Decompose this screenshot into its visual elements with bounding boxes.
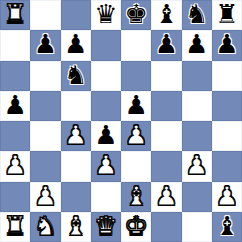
square-d4[interactable]: ♟ (91, 121, 121, 151)
square-e1[interactable]: ♚ (121, 212, 151, 242)
square-a8[interactable]: ♜ (0, 0, 30, 30)
piece-white-pawn[interactable]: ♟ (34, 183, 57, 209)
square-a2[interactable] (0, 182, 30, 212)
square-d7[interactable] (91, 30, 121, 60)
piece-black-knight[interactable]: ♞ (185, 1, 208, 27)
piece-white-knight[interactable]: ♞ (34, 213, 57, 239)
square-a3[interactable]: ♟ (0, 151, 30, 181)
piece-white-pawn[interactable]: ♟ (155, 183, 178, 209)
piece-white-rook[interactable]: ♜ (3, 213, 26, 239)
square-h5[interactable] (212, 91, 242, 121)
piece-black-pawn[interactable]: ♟ (34, 31, 57, 57)
square-e7[interactable] (121, 30, 151, 60)
piece-black-pawn[interactable]: ♟ (124, 92, 147, 118)
piece-white-bishop[interactable]: ♝ (64, 213, 87, 239)
square-d2[interactable] (91, 182, 121, 212)
square-e2[interactable]: ♝ (121, 182, 151, 212)
square-f2[interactable]: ♟ (151, 182, 181, 212)
square-f6[interactable] (151, 61, 181, 91)
square-g8[interactable]: ♞ (182, 0, 212, 30)
square-b5[interactable] (30, 91, 60, 121)
piece-black-pawn[interactable]: ♟ (94, 122, 117, 148)
square-h1[interactable]: ♝ (212, 212, 242, 242)
square-c1[interactable]: ♝ (61, 212, 91, 242)
piece-white-bishop[interactable]: ♝ (124, 183, 147, 209)
square-f7[interactable]: ♟ (151, 30, 181, 60)
square-f8[interactable]: ♝ (151, 0, 181, 30)
square-e5[interactable]: ♟ (121, 91, 151, 121)
square-f4[interactable] (151, 121, 181, 151)
piece-white-pawn[interactable]: ♟ (215, 183, 238, 209)
square-b1[interactable]: ♞ (30, 212, 60, 242)
square-c7[interactable]: ♟ (61, 30, 91, 60)
square-d8[interactable]: ♛ (91, 0, 121, 30)
square-e4[interactable]: ♟ (121, 121, 151, 151)
piece-white-pawn[interactable]: ♟ (124, 122, 147, 148)
square-d6[interactable] (91, 61, 121, 91)
piece-white-pawn[interactable]: ♟ (3, 152, 26, 178)
square-a6[interactable] (0, 61, 30, 91)
square-g4[interactable] (182, 121, 212, 151)
piece-black-knight[interactable]: ♞ (64, 62, 87, 88)
square-g3[interactable]: ♟ (182, 151, 212, 181)
square-c3[interactable] (61, 151, 91, 181)
piece-white-queen[interactable]: ♛ (94, 213, 117, 239)
square-f3[interactable] (151, 151, 181, 181)
square-b4[interactable] (30, 121, 60, 151)
square-b8[interactable] (30, 0, 60, 30)
square-f1[interactable] (151, 212, 181, 242)
square-g6[interactable] (182, 61, 212, 91)
square-g1[interactable] (182, 212, 212, 242)
piece-black-pawn[interactable]: ♟ (215, 31, 238, 57)
square-g2[interactable] (182, 182, 212, 212)
square-g7[interactable]: ♟ (182, 30, 212, 60)
piece-black-pawn[interactable]: ♟ (155, 31, 178, 57)
square-b6[interactable] (30, 61, 60, 91)
piece-black-pawn[interactable]: ♟ (185, 31, 208, 57)
square-f5[interactable] (151, 91, 181, 121)
piece-white-pawn[interactable]: ♟ (94, 152, 117, 178)
square-e3[interactable] (121, 151, 151, 181)
square-h7[interactable]: ♟ (212, 30, 242, 60)
piece-black-bishop[interactable]: ♝ (215, 213, 238, 239)
square-a7[interactable] (0, 30, 30, 60)
square-a4[interactable] (0, 121, 30, 151)
piece-black-bishop[interactable]: ♝ (155, 1, 178, 27)
square-a5[interactable]: ♟ (0, 91, 30, 121)
piece-black-king[interactable]: ♚ (124, 1, 147, 27)
piece-white-rook[interactable]: ♜ (3, 1, 26, 27)
square-h3[interactable] (212, 151, 242, 181)
square-d5[interactable] (91, 91, 121, 121)
square-d3[interactable]: ♟ (91, 151, 121, 181)
piece-black-queen[interactable]: ♛ (94, 1, 117, 27)
square-e8[interactable]: ♚ (121, 0, 151, 30)
square-c2[interactable] (61, 182, 91, 212)
piece-black-rook[interactable]: ♜ (215, 1, 238, 27)
square-c6[interactable]: ♞ (61, 61, 91, 91)
piece-white-pawn[interactable]: ♟ (64, 122, 87, 148)
piece-black-pawn[interactable]: ♟ (3, 92, 26, 118)
square-h2[interactable]: ♟ (212, 182, 242, 212)
chess-board: ♜♛♚♝♞♜♟♟♟♟♟♞♟♟♟♟♟♟♟♟♟♝♟♟♜♞♝♛♚♝ (0, 0, 242, 242)
square-c4[interactable]: ♟ (61, 121, 91, 151)
piece-white-king[interactable]: ♚ (124, 213, 147, 239)
square-g5[interactable] (182, 91, 212, 121)
square-h6[interactable] (212, 61, 242, 91)
square-e6[interactable] (121, 61, 151, 91)
square-a1[interactable]: ♜ (0, 212, 30, 242)
square-c8[interactable] (61, 0, 91, 30)
square-b7[interactable]: ♟ (30, 30, 60, 60)
square-c5[interactable] (61, 91, 91, 121)
square-d1[interactable]: ♛ (91, 212, 121, 242)
piece-black-pawn[interactable]: ♟ (64, 31, 87, 57)
square-b3[interactable] (30, 151, 60, 181)
piece-white-pawn[interactable]: ♟ (185, 152, 208, 178)
square-h4[interactable] (212, 121, 242, 151)
square-h8[interactable]: ♜ (212, 0, 242, 30)
square-b2[interactable]: ♟ (30, 182, 60, 212)
